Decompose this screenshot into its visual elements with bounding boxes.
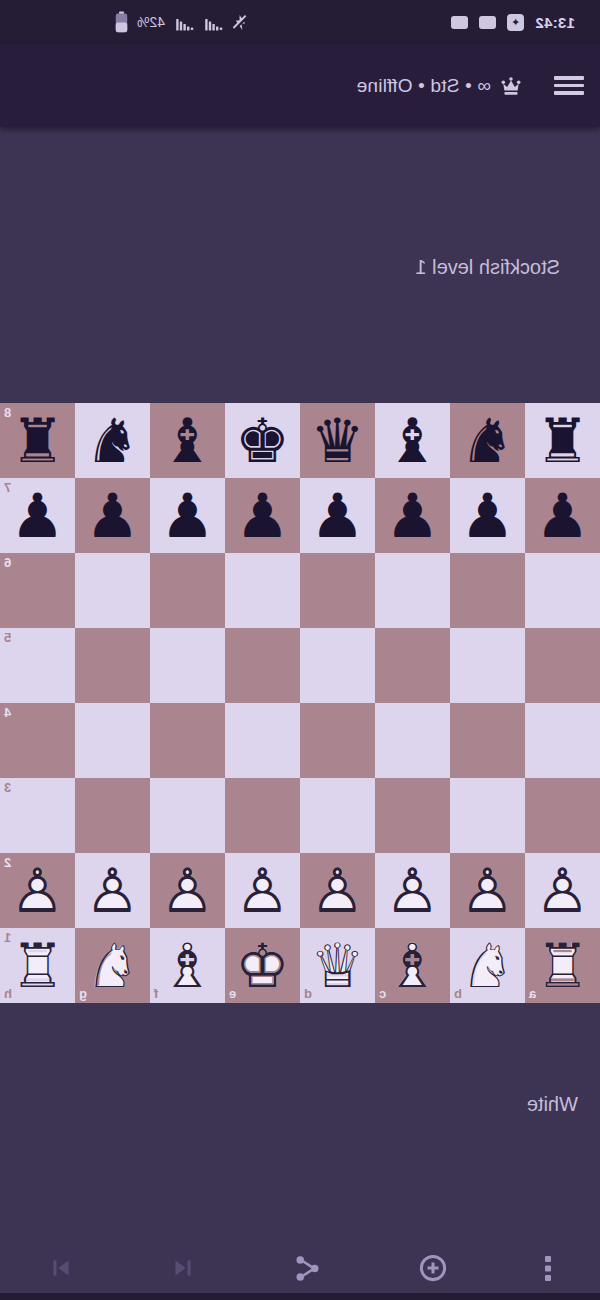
clock-time: 13:42 (535, 14, 575, 31)
square-e2[interactable]: ♟♙ (225, 853, 300, 928)
square-b1[interactable]: ♞♘b (450, 928, 525, 1003)
white-pawn[interactable]: ♟♙ (525, 853, 600, 928)
square-e3[interactable] (225, 778, 300, 853)
rank-label: 1 (4, 930, 11, 945)
black-pawn[interactable]: ♟ (150, 478, 225, 553)
overflow-menu-icon[interactable] (540, 1251, 556, 1286)
file-label: f (154, 986, 158, 1001)
rank-label: 2 (4, 855, 11, 870)
share-icon[interactable] (289, 1250, 326, 1287)
square-d7[interactable]: ♟ (300, 478, 375, 553)
white-pawn[interactable]: ♟♙ (375, 853, 450, 928)
signal-bars-icon (174, 14, 194, 31)
white-bishop[interactable]: ♝♗ (150, 928, 225, 1003)
square-c8[interactable]: ♝ (375, 403, 450, 478)
square-c1[interactable]: ♝♗c (375, 928, 450, 1003)
rank-label: 6 (4, 555, 11, 570)
black-queen[interactable]: ♛ (300, 403, 375, 478)
page-title: ∞ • Std • Offline (357, 75, 491, 97)
square-d2[interactable]: ♟♙ (300, 853, 375, 928)
white-pawn[interactable]: ♟♙ (0, 853, 75, 928)
square-g1[interactable]: ♞♘g (75, 928, 150, 1003)
message-notification-icon (479, 16, 496, 29)
rank-label: 7 (4, 480, 11, 495)
square-d8[interactable]: ♛ (300, 403, 375, 478)
square-f1[interactable]: ♝♗f (150, 928, 225, 1003)
square-d4[interactable] (300, 703, 375, 778)
square-d3[interactable] (300, 778, 375, 853)
plus-circle-icon[interactable] (414, 1249, 452, 1287)
square-c7[interactable]: ♟ (375, 478, 450, 553)
square-f4[interactable] (150, 703, 225, 778)
square-g4[interactable] (75, 703, 150, 778)
square-h1[interactable]: ♜♖1h (0, 928, 75, 1003)
square-f3[interactable] (150, 778, 225, 853)
square-e4[interactable] (225, 703, 300, 778)
rank-label: 3 (4, 780, 11, 795)
player-name-top: Stockfish level 1 (0, 253, 560, 281)
white-pawn[interactable]: ♟♙ (300, 853, 375, 928)
black-pawn[interactable]: ♟ (0, 478, 75, 553)
square-a3[interactable] (525, 778, 600, 853)
crown-icon (500, 75, 522, 97)
square-d5[interactable] (300, 628, 375, 703)
square-h2[interactable]: ♟♙2 (0, 853, 75, 928)
square-f2[interactable]: ♟♙ (150, 853, 225, 928)
square-d1[interactable]: ♛♕d (300, 928, 375, 1003)
black-pawn[interactable]: ♟ (375, 478, 450, 553)
square-f8[interactable]: ♝ (150, 403, 225, 478)
status-bar: 13:42 ✦ (0, 0, 600, 44)
black-knight[interactable]: ♞ (75, 403, 150, 478)
skip-previous-icon[interactable] (166, 1251, 200, 1285)
black-pawn[interactable]: ♟ (225, 478, 300, 553)
square-b8[interactable]: ♞ (450, 403, 525, 478)
file-label: g (79, 986, 87, 1001)
square-d6[interactable] (300, 553, 375, 628)
square-a5[interactable] (525, 628, 600, 703)
rank-label: 4 (4, 705, 11, 720)
black-king[interactable]: ♚ (225, 403, 300, 478)
black-bishop[interactable]: ♝ (375, 403, 450, 478)
flash-off-icon (232, 14, 249, 31)
phone-screen: 13:42 ✦ (0, 0, 600, 1300)
square-b5[interactable] (450, 628, 525, 703)
square-a4[interactable] (525, 703, 600, 778)
black-pawn[interactable]: ♟ (75, 478, 150, 553)
square-b2[interactable]: ♟♙ (450, 853, 525, 928)
square-e8[interactable]: ♚ (225, 403, 300, 478)
square-c3[interactable] (375, 778, 450, 853)
file-label: d (304, 986, 312, 1001)
white-bishop[interactable]: ♝♗ (375, 928, 450, 1003)
white-pawn[interactable]: ♟♙ (450, 853, 525, 928)
white-rook[interactable]: ♜♖ (525, 928, 600, 1003)
white-pawn[interactable]: ♟♙ (75, 853, 150, 928)
square-h6[interactable]: 6 (0, 553, 75, 628)
black-pawn[interactable]: ♟ (525, 478, 600, 553)
square-f5[interactable] (150, 628, 225, 703)
square-g8[interactable]: ♞ (75, 403, 150, 478)
black-rook[interactable]: ♜ (0, 403, 75, 478)
gesture-nav-strip (0, 1293, 600, 1300)
app-bar: ∞ • Std • Offline (0, 44, 600, 127)
skip-next-icon[interactable] (44, 1251, 78, 1285)
black-knight[interactable]: ♞ (450, 403, 525, 478)
rank-label: 8 (4, 405, 11, 420)
signal-bars-icon (203, 14, 223, 31)
square-b4[interactable] (450, 703, 525, 778)
status-bar-right: 42% (0, 11, 249, 33)
square-h7[interactable]: ♟7 (0, 478, 75, 553)
file-label: h (4, 986, 12, 1001)
white-pawn[interactable]: ♟♙ (150, 853, 225, 928)
battery-icon (115, 11, 128, 33)
square-f6[interactable] (150, 553, 225, 628)
white-king[interactable]: ♚♔ (225, 928, 300, 1003)
player-name-bottom: White (0, 1090, 578, 1118)
message-notification-icon (451, 16, 468, 29)
square-c4[interactable] (375, 703, 450, 778)
square-a7[interactable]: ♟ (525, 478, 600, 553)
game-title-group: ∞ • Std • Offline (357, 75, 522, 97)
square-g3[interactable] (75, 778, 150, 853)
square-h5[interactable]: 5 (0, 628, 75, 703)
rank-label: 5 (4, 630, 11, 645)
square-a6[interactable] (525, 553, 600, 628)
chess-board[interactable]: ♜♞♝♛♚♝♞♜8♟♟♟♟♟♟♟♟76543♟♙♟♙♟♙♟♙♟♙♟♙♟♙♟♙2♜… (0, 403, 600, 1003)
status-bar-left: 13:42 ✦ (451, 14, 600, 31)
black-pawn[interactable]: ♟ (450, 478, 525, 553)
black-pawn[interactable]: ♟ (300, 478, 375, 553)
square-h3[interactable]: 3 (0, 778, 75, 853)
file-label: a (529, 986, 536, 1001)
square-h4[interactable]: 4 (0, 703, 75, 778)
black-bishop[interactable]: ♝ (150, 403, 225, 478)
square-a1[interactable]: ♜♖a (525, 928, 600, 1003)
black-rook[interactable]: ♜ (525, 403, 600, 478)
app-notification-icon: ✦ (507, 14, 524, 31)
square-e7[interactable]: ♟ (225, 478, 300, 553)
square-g2[interactable]: ♟♙ (75, 853, 150, 928)
square-g6[interactable] (75, 553, 150, 628)
file-label: c (379, 986, 386, 1001)
square-c6[interactable] (375, 553, 450, 628)
square-a2[interactable]: ♟♙ (525, 853, 600, 928)
square-h8[interactable]: ♜8 (0, 403, 75, 478)
square-b7[interactable]: ♟ (450, 478, 525, 553)
square-c5[interactable] (375, 628, 450, 703)
menu-icon[interactable] (550, 73, 584, 99)
battery-percent: 42% (137, 14, 165, 30)
square-f7[interactable]: ♟ (150, 478, 225, 553)
square-a8[interactable]: ♜ (525, 403, 600, 478)
square-g5[interactable] (75, 628, 150, 703)
square-e6[interactable] (225, 553, 300, 628)
white-pawn[interactable]: ♟♙ (225, 853, 300, 928)
square-e1[interactable]: ♚♔e (225, 928, 300, 1003)
file-label: b (454, 986, 462, 1001)
file-label: e (229, 986, 236, 1001)
square-c2[interactable]: ♟♙ (375, 853, 450, 928)
square-b6[interactable] (450, 553, 525, 628)
square-e5[interactable] (225, 628, 300, 703)
square-b3[interactable] (450, 778, 525, 853)
bottom-toolbar (0, 1240, 600, 1296)
square-g7[interactable]: ♟ (75, 478, 150, 553)
